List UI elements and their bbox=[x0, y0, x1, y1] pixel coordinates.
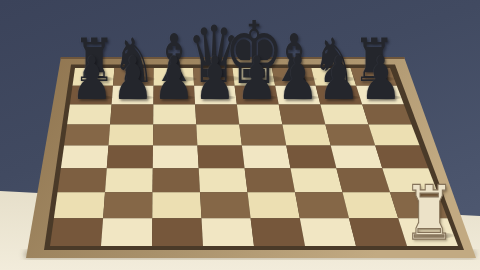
square-g5 bbox=[325, 124, 375, 145]
square-h3 bbox=[382, 168, 437, 192]
frame-outer-edge bbox=[60, 57, 405, 59]
square-g6 bbox=[320, 104, 368, 124]
square-g8 bbox=[311, 68, 356, 86]
square-e2 bbox=[248, 192, 300, 218]
square-e6 bbox=[237, 104, 283, 124]
square-e4 bbox=[242, 146, 291, 169]
square-e1 bbox=[251, 218, 305, 246]
chess-photo-scene: ♜♞♝♛♚♝♞♜♟♟♟♟♟♟♟♟♜ bbox=[0, 0, 480, 270]
square-a2 bbox=[54, 192, 105, 218]
square-c3 bbox=[153, 168, 201, 192]
square-e7 bbox=[235, 86, 279, 105]
square-b7 bbox=[112, 86, 154, 105]
square-e5 bbox=[239, 124, 286, 145]
square-h8 bbox=[351, 68, 397, 86]
square-b6 bbox=[110, 104, 153, 124]
square-c2 bbox=[152, 192, 201, 218]
square-a1 bbox=[50, 218, 103, 246]
square-g4 bbox=[331, 146, 383, 169]
square-f4 bbox=[286, 146, 336, 169]
square-a7 bbox=[70, 86, 113, 105]
square-b1 bbox=[101, 218, 152, 246]
square-e3 bbox=[245, 168, 295, 192]
square-c7 bbox=[153, 86, 195, 105]
square-f5 bbox=[282, 124, 330, 145]
square-d1 bbox=[202, 218, 255, 246]
square-d6 bbox=[195, 104, 239, 124]
square-f2 bbox=[295, 192, 349, 218]
square-f6 bbox=[279, 104, 326, 124]
square-c4 bbox=[153, 146, 199, 169]
square-f3 bbox=[291, 168, 343, 192]
square-b5 bbox=[109, 124, 154, 145]
square-a3 bbox=[58, 168, 107, 192]
square-h2 bbox=[390, 192, 447, 218]
square-g2 bbox=[343, 192, 399, 218]
square-d7 bbox=[194, 86, 237, 105]
square-f1 bbox=[300, 218, 356, 246]
square-c6 bbox=[153, 104, 196, 124]
square-h5 bbox=[369, 124, 420, 145]
square-d8 bbox=[193, 68, 235, 86]
square-d3 bbox=[199, 168, 248, 192]
square-d4 bbox=[197, 146, 244, 169]
square-h6 bbox=[362, 104, 411, 124]
square-b3 bbox=[105, 168, 153, 192]
square-a5 bbox=[64, 124, 110, 145]
square-c1 bbox=[152, 218, 203, 246]
square-e8 bbox=[233, 68, 276, 86]
square-a6 bbox=[67, 104, 112, 124]
square-a8 bbox=[73, 68, 115, 86]
square-h4 bbox=[375, 146, 428, 169]
square-g1 bbox=[349, 218, 407, 246]
square-g3 bbox=[336, 168, 390, 192]
square-h7 bbox=[356, 86, 404, 105]
square-d5 bbox=[196, 124, 242, 145]
chess-board bbox=[0, 0, 480, 270]
square-a4 bbox=[61, 146, 109, 169]
square-f7 bbox=[275, 86, 320, 105]
square-b4 bbox=[107, 146, 153, 169]
square-c8 bbox=[154, 68, 195, 86]
square-d2 bbox=[200, 192, 251, 218]
square-f8 bbox=[272, 68, 316, 86]
square-c5 bbox=[153, 124, 197, 145]
square-b8 bbox=[113, 68, 154, 86]
square-g7 bbox=[316, 86, 363, 105]
square-b2 bbox=[103, 192, 152, 218]
